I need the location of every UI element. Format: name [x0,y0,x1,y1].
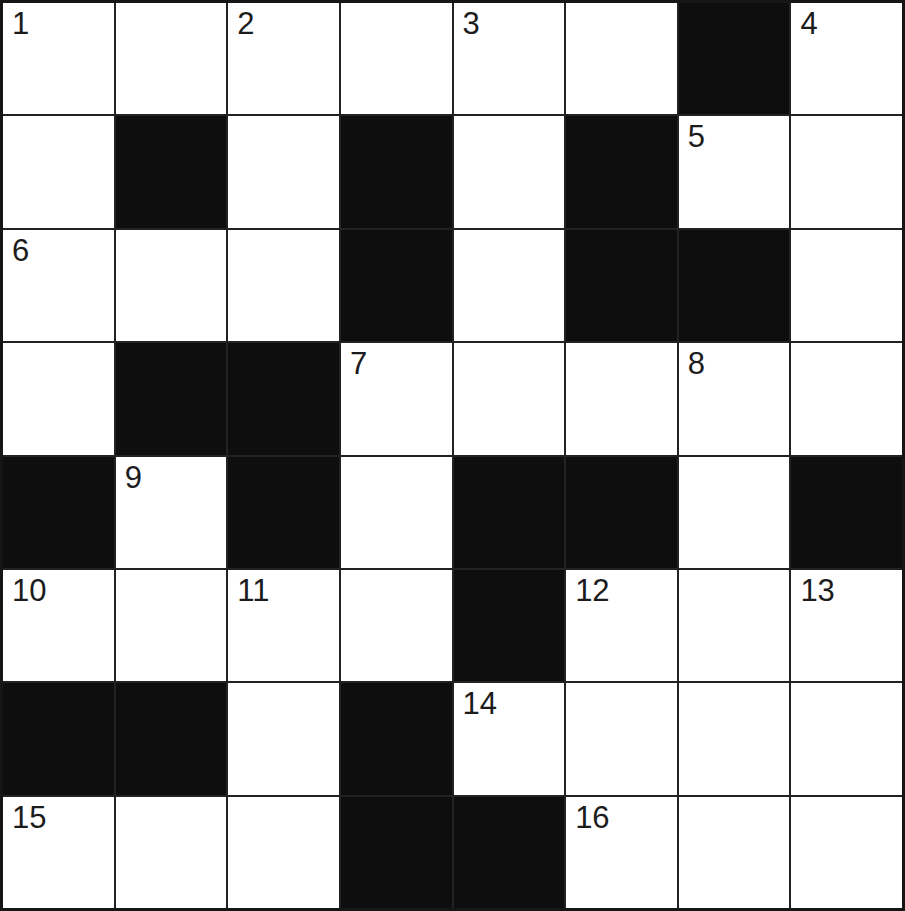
white-cell-r8c1[interactable]: 15 [3,797,114,908]
white-cell-r1c4[interactable] [341,3,452,114]
white-cell-r5c2[interactable]: 9 [116,457,227,568]
clue-number: 15 [12,802,46,833]
crossword-puzzle: 12345678910111213141516 [0,0,905,911]
black-cell-r3c6 [566,230,677,341]
white-cell-r4c6[interactable] [566,343,677,454]
black-cell-r3c4 [341,230,452,341]
white-cell-r2c7[interactable]: 5 [679,116,790,227]
white-cell-r3c5[interactable] [454,230,565,341]
white-cell-r7c6[interactable] [566,683,677,794]
white-cell-r6c6[interactable]: 12 [566,570,677,681]
black-cell-r8c5 [454,797,565,908]
white-cell-r1c5[interactable]: 3 [454,3,565,114]
white-cell-r6c1[interactable]: 10 [3,570,114,681]
white-cell-r4c8[interactable] [791,343,902,454]
black-cell-r2c6 [566,116,677,227]
white-cell-r2c5[interactable] [454,116,565,227]
white-cell-r7c7[interactable] [679,683,790,794]
white-cell-r8c7[interactable] [679,797,790,908]
black-cell-r4c3 [228,343,339,454]
clue-number: 7 [350,348,367,379]
black-cell-r1c7 [679,3,790,114]
white-cell-r2c8[interactable] [791,116,902,227]
clue-number: 9 [125,462,142,493]
white-cell-r1c3[interactable]: 2 [228,3,339,114]
white-cell-r4c4[interactable]: 7 [341,343,452,454]
white-cell-r4c1[interactable] [3,343,114,454]
clue-number: 12 [575,575,609,606]
clue-number: 10 [12,575,46,606]
black-cell-r5c6 [566,457,677,568]
black-cell-r2c4 [341,116,452,227]
white-cell-r6c2[interactable] [116,570,227,681]
black-cell-r5c1 [3,457,114,568]
white-cell-r8c3[interactable] [228,797,339,908]
white-cell-r7c5[interactable]: 14 [454,683,565,794]
black-cell-r2c2 [116,116,227,227]
white-cell-r3c1[interactable]: 6 [3,230,114,341]
white-cell-r3c3[interactable] [228,230,339,341]
white-cell-r7c8[interactable] [791,683,902,794]
white-cell-r6c7[interactable] [679,570,790,681]
white-cell-r1c8[interactable]: 4 [791,3,902,114]
clue-number: 6 [12,235,29,266]
black-cell-r6c5 [454,570,565,681]
white-cell-r1c2[interactable] [116,3,227,114]
white-cell-r3c8[interactable] [791,230,902,341]
white-cell-r6c3[interactable]: 11 [228,570,339,681]
clue-number: 1 [12,8,29,39]
black-cell-r7c1 [3,683,114,794]
white-cell-r2c1[interactable] [3,116,114,227]
clue-number: 13 [800,575,834,606]
clue-number: 14 [463,688,497,719]
white-cell-r2c3[interactable] [228,116,339,227]
white-cell-r7c3[interactable] [228,683,339,794]
black-cell-r7c2 [116,683,227,794]
white-cell-r1c6[interactable] [566,3,677,114]
white-cell-r5c4[interactable] [341,457,452,568]
black-cell-r5c5 [454,457,565,568]
clue-number: 4 [800,8,817,39]
black-cell-r5c8 [791,457,902,568]
white-cell-r8c8[interactable] [791,797,902,908]
white-cell-r8c2[interactable] [116,797,227,908]
clue-number: 2 [237,8,254,39]
black-cell-r5c3 [228,457,339,568]
white-cell-r3c2[interactable] [116,230,227,341]
black-cell-r7c4 [341,683,452,794]
white-cell-r5c7[interactable] [679,457,790,568]
clue-number: 11 [237,575,269,606]
white-cell-r1c1[interactable]: 1 [3,3,114,114]
white-cell-r4c7[interactable]: 8 [679,343,790,454]
crossword-board: 12345678910111213141516 [0,0,905,911]
black-cell-r4c2 [116,343,227,454]
white-cell-r6c4[interactable] [341,570,452,681]
clue-number: 8 [688,348,705,379]
white-cell-r4c5[interactable] [454,343,565,454]
white-cell-r6c8[interactable]: 13 [791,570,902,681]
clue-number: 5 [688,121,705,152]
black-cell-r3c7 [679,230,790,341]
clue-number: 16 [575,802,609,833]
white-cell-r8c6[interactable]: 16 [566,797,677,908]
black-cell-r8c4 [341,797,452,908]
clue-number: 3 [463,8,480,39]
